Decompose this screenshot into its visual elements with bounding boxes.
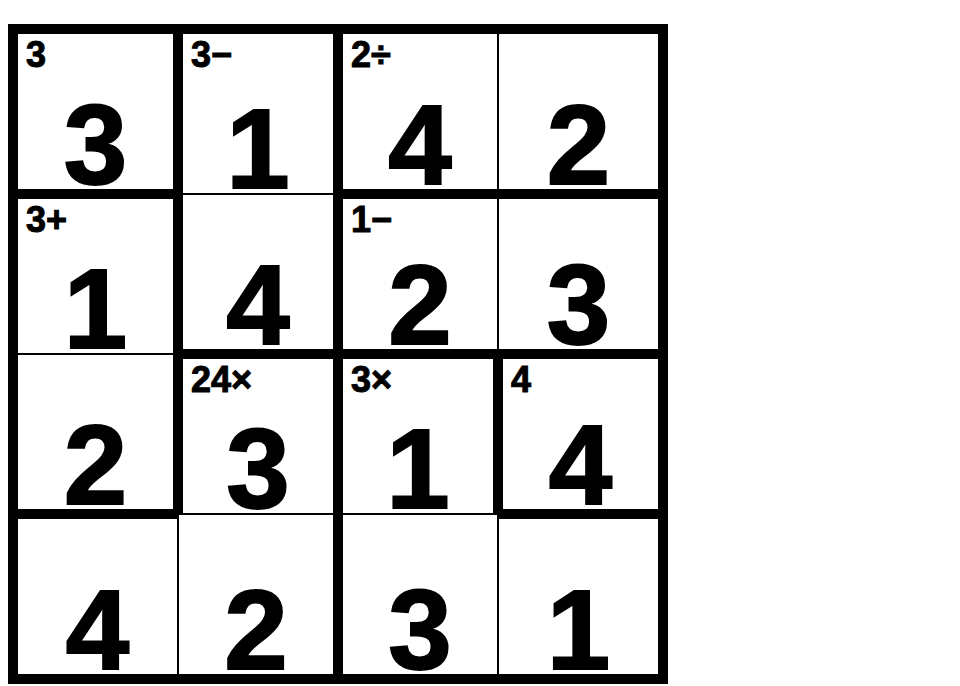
cage-clue: 2÷: [351, 37, 391, 73]
cell-r3c1[interactable]: 2: [178, 514, 338, 674]
cell-value: 4: [183, 248, 333, 362]
cell-value: 2: [343, 248, 497, 362]
cell-value: 3: [18, 88, 173, 202]
cell-r2c0[interactable]: 2: [18, 354, 178, 514]
cell-r2c3[interactable]: 44: [498, 354, 658, 514]
kenken-board: 333−12÷423+141−23224×33×1444231: [8, 24, 668, 684]
cage-clue: 3+: [26, 202, 67, 238]
cage-clue: 24×: [191, 362, 252, 398]
cell-r0c2[interactable]: 2÷4: [338, 34, 498, 194]
cell-value: 3: [183, 412, 333, 526]
cell-r3c2[interactable]: 3: [338, 514, 498, 674]
cell-r0c1[interactable]: 3−1: [178, 34, 338, 194]
cell-r1c0[interactable]: 3+1: [18, 194, 178, 354]
cell-value: 1: [18, 252, 173, 366]
cell-r2c1[interactable]: 24×3: [178, 354, 338, 514]
cage-clue: 3×: [351, 362, 392, 398]
cell-value: 2: [18, 408, 173, 522]
cell-value: 2: [499, 88, 658, 202]
cell-r3c3[interactable]: 1: [498, 514, 658, 674]
cell-r0c0[interactable]: 33: [18, 34, 178, 194]
cell-r1c1[interactable]: 4: [178, 194, 338, 354]
cell-r0c3[interactable]: 2: [498, 34, 658, 194]
cage-clue: 3−: [191, 37, 232, 73]
cell-value: 1: [499, 573, 658, 686]
cell-value: 2: [179, 573, 333, 686]
cell-r3c0[interactable]: 4: [18, 514, 178, 674]
cage-clue: 4: [511, 362, 531, 398]
cell-value: 1: [343, 412, 493, 526]
cell-value: 1: [183, 92, 333, 206]
cell-value: 3: [499, 248, 658, 362]
cell-value: 3: [343, 573, 497, 686]
cell-value: 4: [343, 88, 497, 202]
cell-r1c3[interactable]: 3: [498, 194, 658, 354]
cage-clue: 3: [26, 37, 46, 73]
cage-clue: 1−: [351, 202, 392, 238]
cell-value: 4: [503, 408, 658, 522]
cell-r2c2[interactable]: 3×1: [338, 354, 498, 514]
cell-value: 4: [18, 573, 177, 686]
cell-r1c2[interactable]: 1−2: [338, 194, 498, 354]
puzzle-page: 333−12÷423+141−23224×33×1444231: [0, 0, 960, 686]
